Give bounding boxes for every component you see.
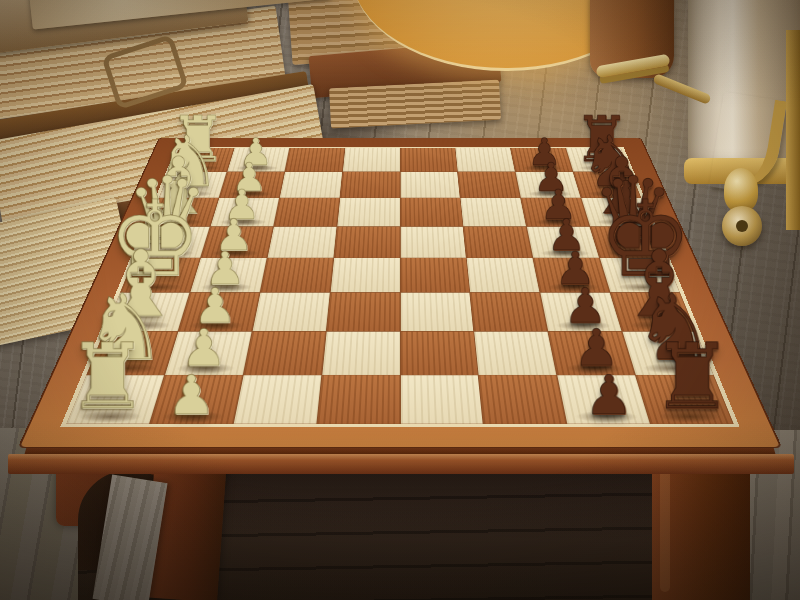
chess-board: ♜♟♟♜♞♟♟♞♝♟♟♝♛♟♟♛♚♟♟♚♝♟♟♝♞♟♟♞♜♟♟♜ [20, 138, 780, 447]
square-d4[interactable] [334, 226, 400, 257]
square-b5[interactable] [400, 172, 460, 198]
white-pawn[interactable]: ♟ [114, 368, 269, 422]
square-g5[interactable] [400, 332, 478, 375]
square-f4[interactable] [326, 293, 399, 331]
square-h8[interactable]: ♜ [636, 375, 733, 424]
square-h2[interactable]: ♟ [150, 375, 242, 424]
scene: ♜♟♟♜♞♟♟♞♝♟♟♝♛♟♟♛♚♟♟♚♝♟♟♝♞♟♟♞♜♟♟♜ [0, 0, 800, 600]
square-h5[interactable] [400, 375, 483, 424]
square-h4[interactable] [317, 375, 400, 424]
square-f5[interactable] [400, 293, 473, 331]
black-rook[interactable]: ♜ [614, 331, 769, 422]
square-c5[interactable] [400, 198, 463, 226]
square-d5[interactable] [400, 226, 466, 257]
square-b4[interactable] [340, 172, 400, 198]
brass-pole-edge [786, 30, 800, 230]
square-g4[interactable] [322, 332, 400, 375]
square-c4[interactable] [337, 198, 400, 226]
square-a5[interactable] [400, 148, 457, 172]
square-a4[interactable] [343, 148, 400, 172]
square-e5[interactable] [400, 258, 469, 292]
caster-hub [736, 220, 748, 232]
square-e4[interactable] [330, 258, 399, 292]
chess-table-top-edge [8, 454, 794, 474]
board-grid: ♜♟♟♜♞♟♟♞♝♟♟♝♛♟♟♛♚♟♟♚♝♟♟♝♞♟♟♞♜♟♟♜ [60, 147, 739, 427]
